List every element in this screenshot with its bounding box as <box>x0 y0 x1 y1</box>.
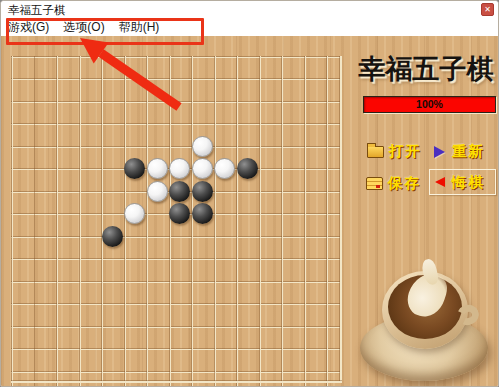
app-window: 幸福五子棋 ✕ 游戏(G)选项(O)帮助(H) 幸福五子棋 100% 打开 重新… <box>0 0 499 387</box>
menu-highlight-box <box>6 18 204 45</box>
stone-black <box>237 158 258 179</box>
coffee-cup-photo <box>357 263 499 386</box>
save-button[interactable]: 保存 <box>366 174 421 193</box>
title-bar: 幸福五子棋 ✕ <box>1 1 498 19</box>
save-disk-icon <box>366 177 383 190</box>
stone-black <box>169 203 190 224</box>
window-title: 幸福五子棋 <box>8 3 66 18</box>
stone-black <box>124 158 145 179</box>
open-folder-icon <box>367 146 384 158</box>
stone-white <box>214 158 235 179</box>
stone-white <box>147 181 168 202</box>
stone-black <box>102 226 123 247</box>
stone-white <box>147 158 168 179</box>
stone-black <box>192 181 213 202</box>
progress-label: 100% <box>416 98 443 110</box>
sidebar-game-logo: 幸福五子棋 <box>353 51 499 87</box>
progress-bar: 100% <box>363 96 496 113</box>
undo-button-label: 悔棋 <box>452 173 485 192</box>
board-right-edge-line <box>340 56 342 383</box>
save-button-label: 保存 <box>388 174 421 193</box>
stone-white <box>192 136 213 157</box>
stone-white <box>124 203 145 224</box>
close-icon: ✕ <box>484 5 491 14</box>
stone-white <box>169 158 190 179</box>
board-bottom-edge-line <box>11 381 342 383</box>
undo-button[interactable]: 悔棋 <box>429 169 496 195</box>
undo-left-triangle-icon <box>435 177 445 187</box>
restart-button-label: 重新 <box>452 142 485 161</box>
stone-white <box>192 158 213 179</box>
open-button[interactable]: 打开 <box>367 142 422 161</box>
stone-black <box>169 181 190 202</box>
restart-button[interactable]: 重新 <box>434 142 485 161</box>
stone-black <box>192 203 213 224</box>
open-button-label: 打开 <box>389 142 422 161</box>
gomoku-board[interactable] <box>11 56 342 387</box>
play-right-triangle-icon <box>434 146 445 158</box>
close-button[interactable]: ✕ <box>481 3 494 16</box>
